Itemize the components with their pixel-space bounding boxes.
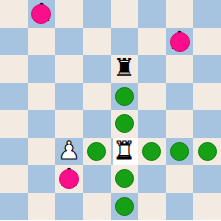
square-h3[interactable]	[193, 138, 221, 166]
square-h6[interactable]	[193, 55, 221, 83]
square-c6[interactable]	[55, 55, 83, 83]
square-c3[interactable]: ♟	[55, 138, 83, 166]
square-e6[interactable]: ♜	[111, 55, 139, 83]
square-h2[interactable]	[193, 165, 221, 193]
square-e5[interactable]	[111, 83, 139, 111]
square-b3[interactable]	[28, 138, 56, 166]
white-pawn[interactable]: ♟	[55, 138, 83, 166]
square-f8[interactable]	[138, 0, 166, 28]
square-f5[interactable]	[138, 83, 166, 111]
pink-target-marker	[59, 169, 79, 189]
square-h5[interactable]	[193, 83, 221, 111]
square-c2[interactable]: ♟	[55, 165, 83, 193]
black-rook-glyph: ♜	[113, 55, 135, 80]
square-b8[interactable]: ♟	[28, 0, 56, 28]
square-d1[interactable]	[83, 193, 111, 221]
legal-move-dot[interactable]	[115, 169, 134, 188]
square-c7[interactable]	[55, 28, 83, 56]
pink-target-marker	[170, 32, 190, 52]
square-b6[interactable]	[28, 55, 56, 83]
legal-move-dot[interactable]	[170, 142, 189, 161]
square-g4[interactable]	[166, 110, 194, 138]
square-d5[interactable]	[83, 83, 111, 111]
square-g1[interactable]	[166, 193, 194, 221]
square-g3[interactable]	[166, 138, 194, 166]
square-d7[interactable]	[83, 28, 111, 56]
square-b7[interactable]	[28, 28, 56, 56]
square-g6[interactable]	[166, 55, 194, 83]
square-d8[interactable]	[83, 0, 111, 28]
square-c4[interactable]	[55, 110, 83, 138]
square-d4[interactable]	[83, 110, 111, 138]
square-g5[interactable]	[166, 83, 194, 111]
square-h1[interactable]	[193, 193, 221, 221]
black-pawn[interactable]: ♟	[55, 165, 83, 193]
selected-square-e3[interactable]: ♜	[111, 138, 139, 166]
pink-target-marker	[31, 4, 51, 24]
chess-board: ♟♟♜♟♜♟	[0, 0, 221, 220]
legal-move-dot[interactable]	[87, 142, 106, 161]
square-e7[interactable]	[111, 28, 139, 56]
square-c8[interactable]	[55, 0, 83, 28]
white-pawn-glyph: ♟	[58, 138, 80, 163]
square-g8[interactable]	[166, 0, 194, 28]
square-e2[interactable]	[111, 165, 139, 193]
legal-move-dot[interactable]	[115, 197, 134, 216]
square-h8[interactable]	[193, 0, 221, 28]
square-c5[interactable]	[55, 83, 83, 111]
square-f7[interactable]	[138, 28, 166, 56]
square-f3[interactable]	[138, 138, 166, 166]
black-rook[interactable]: ♜	[111, 55, 139, 83]
square-b4[interactable]	[28, 110, 56, 138]
legal-move-dot[interactable]	[198, 142, 217, 161]
square-f2[interactable]	[138, 165, 166, 193]
legal-move-dot[interactable]	[142, 142, 161, 161]
square-f1[interactable]	[138, 193, 166, 221]
square-a8[interactable]	[0, 0, 28, 28]
square-e8[interactable]	[111, 0, 139, 28]
square-g7[interactable]: ♟	[166, 28, 194, 56]
square-d6[interactable]	[83, 55, 111, 83]
square-a2[interactable]	[0, 165, 28, 193]
square-a6[interactable]	[0, 55, 28, 83]
square-a3[interactable]	[0, 138, 28, 166]
square-h7[interactable]	[193, 28, 221, 56]
black-pawn[interactable]: ♟	[28, 0, 56, 28]
square-h4[interactable]	[193, 110, 221, 138]
square-b2[interactable]	[28, 165, 56, 193]
black-pawn[interactable]: ♟	[166, 28, 194, 56]
square-a4[interactable]	[0, 110, 28, 138]
square-d3[interactable]	[83, 138, 111, 166]
square-a1[interactable]	[0, 193, 28, 221]
square-e1[interactable]	[111, 193, 139, 221]
square-e4[interactable]	[111, 110, 139, 138]
square-f6[interactable]	[138, 55, 166, 83]
square-d2[interactable]	[83, 165, 111, 193]
white-rook-glyph: ♜	[113, 138, 135, 163]
square-b1[interactable]	[28, 193, 56, 221]
square-a7[interactable]	[0, 28, 28, 56]
square-b5[interactable]	[28, 83, 56, 111]
legal-move-dot[interactable]	[115, 87, 134, 106]
square-g2[interactable]	[166, 165, 194, 193]
legal-move-dot[interactable]	[115, 114, 134, 133]
square-f4[interactable]	[138, 110, 166, 138]
white-rook[interactable]: ♜	[111, 138, 139, 166]
square-c1[interactable]	[55, 193, 83, 221]
square-a5[interactable]	[0, 83, 28, 111]
